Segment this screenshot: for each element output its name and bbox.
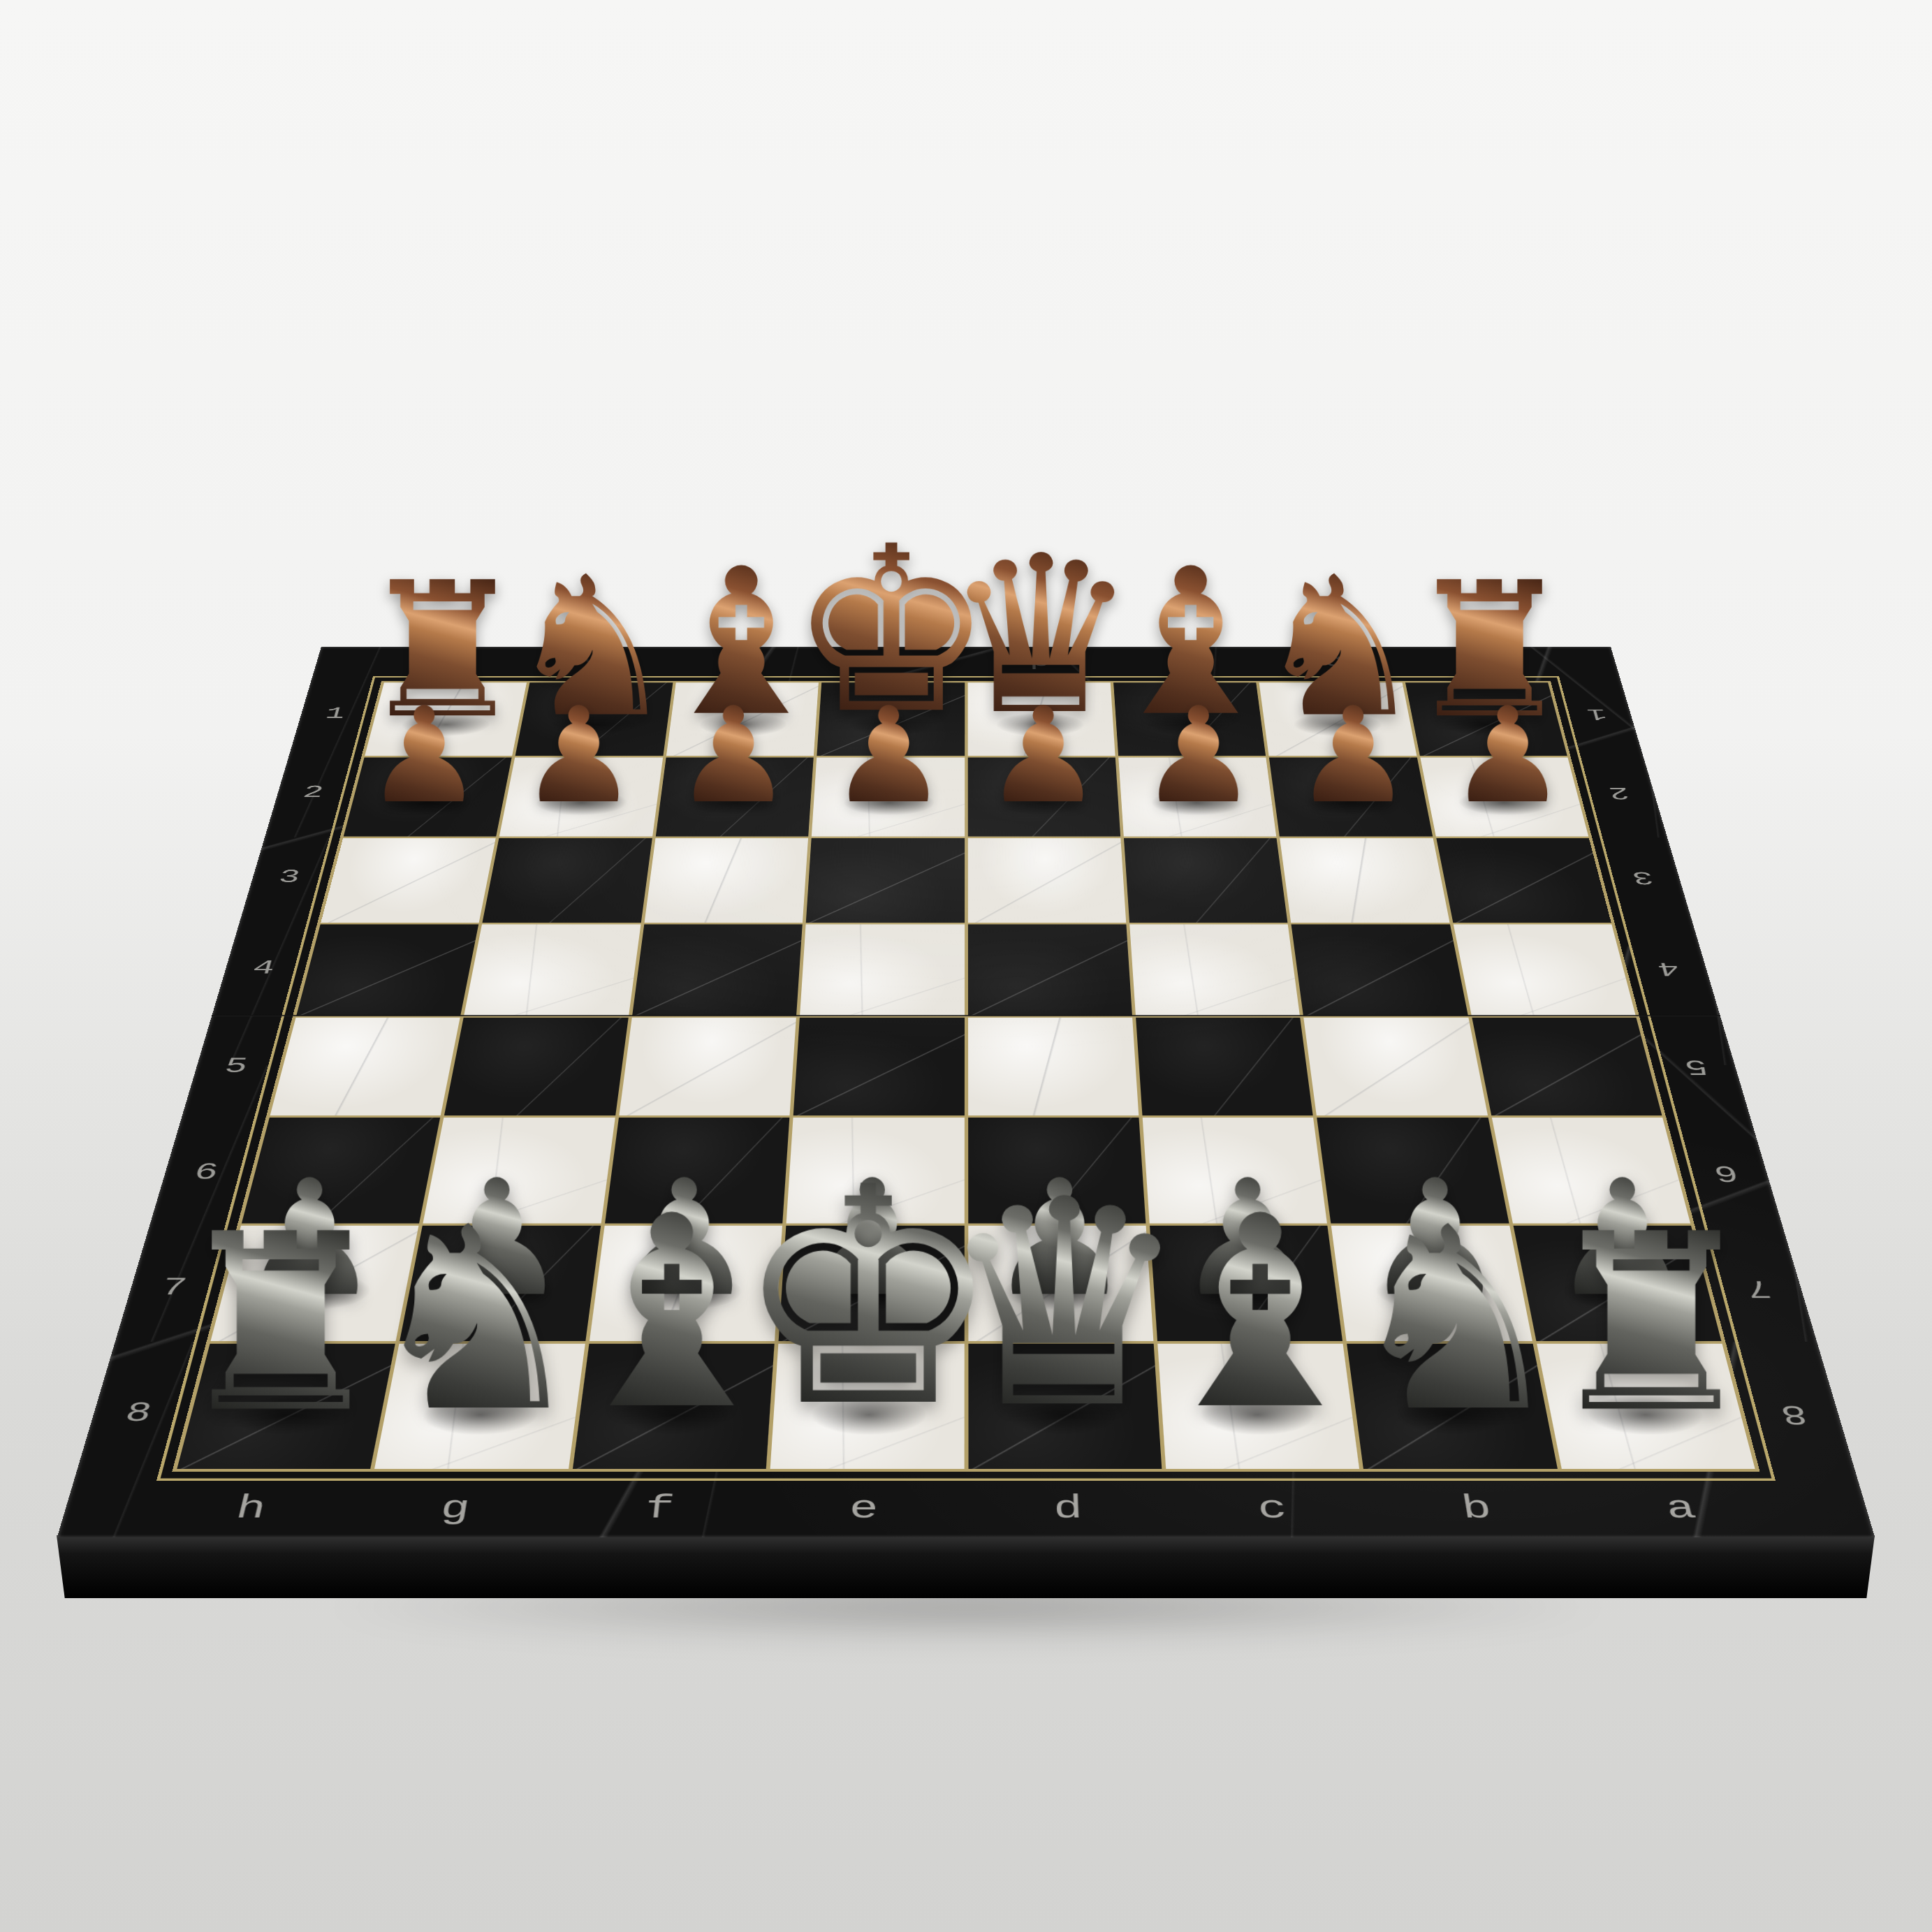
silver-king[interactable]: ♚: [733, 1155, 1002, 1440]
coordinate-label: b: [1371, 1481, 1584, 1535]
square-b3[interactable]: [1280, 838, 1449, 923]
square-a5[interactable]: [1472, 1017, 1662, 1115]
copper-pawn[interactable]: ♟: [675, 693, 793, 819]
silver-knight[interactable]: ♞: [363, 1201, 590, 1441]
coordinate-label: a: [1574, 1481, 1791, 1535]
square-a2[interactable]: ♟: [1420, 758, 1588, 837]
square-g4[interactable]: [464, 924, 641, 1015]
square-e3[interactable]: [806, 838, 965, 923]
square-e2[interactable]: ♟: [812, 758, 965, 837]
copper-pawn[interactable]: ♟: [984, 693, 1102, 819]
square-b5[interactable]: [1303, 1017, 1487, 1115]
studio-backdrop: hgfedcba hgfedcba 12345678 12345678 ♜♞♝♚…: [0, 0, 1932, 1932]
square-g5[interactable]: [444, 1017, 628, 1115]
square-b2[interactable]: ♟: [1269, 758, 1433, 837]
coordinate-label: h: [142, 1481, 359, 1535]
chess-board-3d: hgfedcba hgfedcba 12345678 12345678 ♜♞♝♚…: [57, 647, 1875, 1538]
silver-rook[interactable]: ♜: [1542, 1208, 1762, 1441]
square-g2[interactable]: ♟: [499, 758, 663, 837]
chess-board: hgfedcba hgfedcba 12345678 12345678 ♜♞♝♚…: [57, 647, 1875, 1538]
square-e5[interactable]: [793, 1017, 965, 1115]
silver-rook[interactable]: ♜: [171, 1208, 390, 1441]
square-h3[interactable]: [321, 838, 496, 923]
copper-pawn[interactable]: ♟: [1449, 693, 1567, 819]
square-c2[interactable]: ♟: [1118, 758, 1276, 837]
coordinate-label: c: [1169, 1481, 1378, 1535]
square-f2[interactable]: ♟: [656, 758, 814, 837]
square-h5[interactable]: [270, 1017, 460, 1115]
coordinate-label: f: [554, 1481, 763, 1535]
square-f3[interactable]: [644, 838, 808, 923]
square-b4[interactable]: [1291, 924, 1468, 1015]
square-a3[interactable]: [1436, 838, 1611, 923]
copper-pawn[interactable]: ♟: [1139, 693, 1257, 819]
copper-pawn[interactable]: ♟: [829, 693, 947, 819]
square-d4[interactable]: [967, 924, 1132, 1015]
square-g8[interactable]: ♞: [374, 1343, 585, 1468]
coordinate-label: g: [348, 1481, 561, 1535]
square-c5[interactable]: [1136, 1017, 1313, 1115]
coordinate-label: e: [760, 1481, 966, 1535]
board-front-edge: [57, 1535, 1875, 1598]
square-c4[interactable]: [1129, 924, 1300, 1015]
square-f5[interactable]: [619, 1017, 796, 1115]
square-b8[interactable]: ♞: [1347, 1343, 1557, 1468]
near-edge-file-letters: hgfedcba: [142, 1481, 1790, 1535]
playing-area: ♜♞♝♚♛♝♞♜♟♟♟♟♟♟♟♟♟♟♟♟♟♟♟♟♜♞♝♚♛♝♞♜: [156, 676, 1776, 1481]
square-d3[interactable]: [967, 838, 1126, 923]
copper-pawn[interactable]: ♟: [1294, 693, 1412, 819]
squares-grid: ♜♞♝♚♛♝♞♜♟♟♟♟♟♟♟♟♟♟♟♟♟♟♟♟♜♞♝♚♛♝♞♜: [172, 681, 1759, 1472]
square-a8[interactable]: ♜: [1537, 1343, 1755, 1468]
silver-knight[interactable]: ♞: [1342, 1201, 1569, 1441]
square-c3[interactable]: [1124, 838, 1288, 923]
square-h2[interactable]: ♟: [344, 758, 512, 837]
square-f4[interactable]: [632, 924, 803, 1015]
square-g3[interactable]: [483, 838, 652, 923]
square-a4[interactable]: [1453, 924, 1635, 1015]
square-d5[interactable]: [968, 1017, 1139, 1115]
copper-pawn[interactable]: ♟: [520, 693, 638, 819]
copper-pawn[interactable]: ♟: [365, 693, 483, 819]
board-hinge-seam: [212, 1015, 1721, 1016]
square-d2[interactable]: ♟: [967, 758, 1120, 837]
square-e8[interactable]: ♚: [770, 1343, 964, 1468]
square-h4[interactable]: [296, 924, 478, 1015]
square-e4[interactable]: [800, 924, 964, 1015]
coordinate-label: d: [966, 1481, 1172, 1535]
